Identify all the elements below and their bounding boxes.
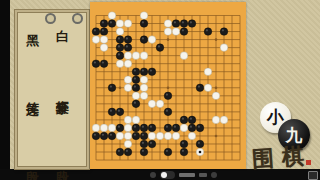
go-board[interactable]: [90, 2, 246, 169]
app-logo: 小 九 围 棋: [250, 98, 320, 168]
menu-dot-icon[interactable]: [150, 172, 156, 178]
dot-icon[interactable]: [211, 172, 217, 178]
scroll-ring-icon: [72, 13, 83, 24]
fullscreen-icon[interactable]: [308, 171, 318, 180]
playback-controls: [150, 171, 217, 179]
move-label: [179, 173, 195, 177]
letterbox-left: [0, 0, 10, 180]
toggle-knob: [161, 172, 167, 178]
white-player-column: 白 李轩豪 八段: [55, 20, 69, 160]
stone-color-toggle[interactable]: [160, 171, 175, 179]
go-board-grid: [90, 2, 246, 169]
black-player-column: 黑 连笑 九段: [25, 24, 39, 160]
logo-red-seal: [306, 160, 311, 165]
logo-calligraphy-wei: 围: [251, 143, 275, 174]
logo-calligraphy-qi: 棋: [281, 141, 305, 172]
player-name-scroll: 白 李轩豪 八段 黑 连笑 九段: [15, 10, 89, 169]
counter-label: [199, 173, 207, 177]
